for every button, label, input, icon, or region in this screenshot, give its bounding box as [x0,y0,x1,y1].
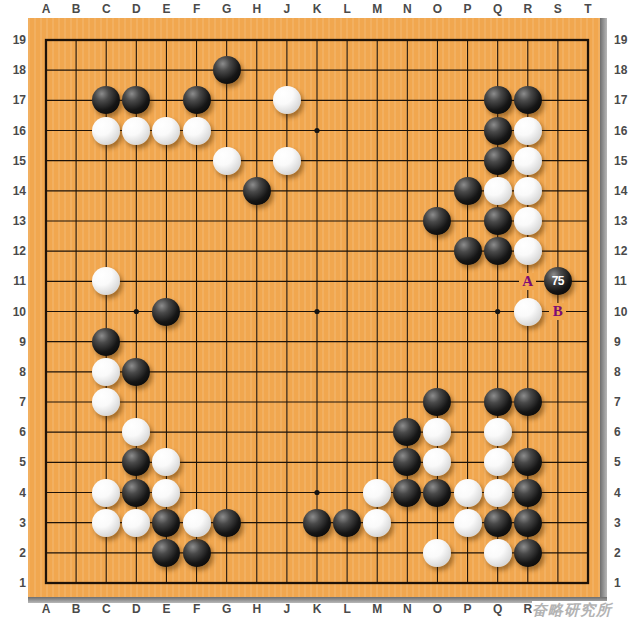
column-label-top-P: P [457,1,479,17]
white-stone-F3[interactable] [183,509,211,537]
star-point-K16 [314,128,319,133]
column-label-bottom-F: F [186,601,208,617]
row-label-right-2: 2 [614,545,640,561]
column-label-bottom-J: J [276,601,298,617]
row-label-left-9: 9 [0,334,26,350]
column-label-bottom-G: G [216,601,238,617]
row-label-right-7: 7 [614,394,640,410]
column-label-top-M: M [366,1,388,17]
column-label-bottom-Q: Q [487,601,509,617]
row-label-right-4: 4 [614,485,640,501]
white-stone-P4[interactable] [454,479,482,507]
column-label-bottom-N: N [396,601,418,617]
column-label-top-N: N [396,1,418,17]
row-label-right-17: 17 [614,92,640,108]
white-stone-D3[interactable] [122,509,150,537]
row-label-right-8: 8 [614,364,640,380]
row-label-right-5: 5 [614,454,640,470]
white-stone-Q4[interactable] [484,479,512,507]
black-stone-F17[interactable] [183,86,211,114]
column-label-bottom-E: E [155,601,177,617]
black-stone-R7[interactable] [514,388,542,416]
black-stone-N4[interactable] [393,479,421,507]
star-point-D10 [134,309,139,314]
row-label-right-15: 15 [614,153,640,169]
black-stone-H14[interactable] [243,177,271,205]
black-stone-Q15[interactable] [484,147,512,175]
column-label-top-Q: Q [487,1,509,17]
row-label-right-3: 3 [614,515,640,531]
black-stone-P12[interactable] [454,237,482,265]
row-label-right-6: 6 [614,424,640,440]
row-label-left-5: 5 [0,454,26,470]
column-label-top-E: E [155,1,177,17]
column-label-bottom-D: D [125,601,147,617]
column-label-bottom-L: L [336,601,358,617]
point-label-A-R11[interactable]: A [519,273,536,290]
black-stone-R4[interactable] [514,479,542,507]
black-stone-Q16[interactable] [484,117,512,145]
row-label-left-10: 10 [0,304,26,320]
black-stone-Q7[interactable] [484,388,512,416]
row-label-left-14: 14 [0,183,26,199]
row-label-right-14: 14 [614,183,640,199]
black-stone-L3[interactable] [333,509,361,537]
white-stone-J15[interactable] [273,147,301,175]
black-stone-C9[interactable] [92,328,120,356]
watermark: 奋略研究所 [532,601,640,619]
column-label-bottom-B: B [65,601,87,617]
row-label-left-18: 18 [0,62,26,78]
column-label-top-D: D [125,1,147,17]
row-label-left-15: 15 [0,153,26,169]
column-label-bottom-A: A [35,601,57,617]
row-label-left-7: 7 [0,394,26,410]
row-label-left-13: 13 [0,213,26,229]
row-label-right-12: 12 [614,243,640,259]
white-stone-D16[interactable] [122,117,150,145]
black-stone-P14[interactable] [454,177,482,205]
white-stone-Q5[interactable] [484,448,512,476]
black-stone-E10[interactable] [152,298,180,326]
white-stone-E16[interactable] [152,117,180,145]
white-stone-E4[interactable] [152,479,180,507]
move-number: 75 [552,274,564,288]
black-stone-R3[interactable] [514,509,542,537]
white-stone-R13[interactable] [514,207,542,235]
column-label-top-L: L [336,1,358,17]
row-label-left-11: 11 [0,273,26,289]
go-diagram: ABCDEFGHJKLMNOPQRST ABCDEFGHJKLMNOPQRST … [0,0,640,619]
column-label-top-B: B [65,1,87,17]
white-stone-C4[interactable] [92,479,120,507]
row-label-left-16: 16 [0,123,26,139]
row-label-left-6: 6 [0,424,26,440]
white-stone-R16[interactable] [514,117,542,145]
black-stone-Q12[interactable] [484,237,512,265]
white-stone-M4[interactable] [363,479,391,507]
column-label-top-S: S [547,1,569,17]
column-label-bottom-H: H [246,601,268,617]
white-stone-F16[interactable] [183,117,211,145]
row-label-left-17: 17 [0,92,26,108]
star-point-K4 [314,490,319,495]
white-stone-R14[interactable] [514,177,542,205]
row-label-left-3: 3 [0,515,26,531]
row-label-left-1: 1 [0,575,26,591]
black-stone-Q17[interactable] [484,86,512,114]
row-label-right-1: 1 [614,575,640,591]
black-stone-G3[interactable] [213,509,241,537]
row-label-right-16: 16 [614,123,640,139]
column-label-top-T: T [577,1,599,17]
column-label-top-J: J [276,1,298,17]
black-stone-Q3[interactable] [484,509,512,537]
row-label-left-19: 19 [0,32,26,48]
black-stone-R17[interactable] [514,86,542,114]
column-label-bottom-C: C [95,601,117,617]
white-stone-C16[interactable] [92,117,120,145]
column-label-top-C: C [95,1,117,17]
column-label-top-F: F [186,1,208,17]
white-stone-C3[interactable] [92,509,120,537]
black-stone-G18[interactable] [213,56,241,84]
white-stone-Q6[interactable] [484,418,512,446]
black-stone-F2[interactable] [183,539,211,567]
column-label-top-O: O [426,1,448,17]
black-stone-K3[interactable] [303,509,331,537]
white-stone-C8[interactable] [92,358,120,386]
column-label-top-H: H [246,1,268,17]
black-stone-O4[interactable] [423,479,451,507]
column-label-top-K: K [306,1,328,17]
row-label-right-18: 18 [614,62,640,78]
row-label-left-12: 12 [0,243,26,259]
column-label-top-G: G [216,1,238,17]
row-label-right-19: 19 [614,32,640,48]
row-label-left-8: 8 [0,364,26,380]
black-stone-R5[interactable] [514,448,542,476]
row-label-right-13: 13 [614,213,640,229]
column-label-top-A: A [35,1,57,17]
star-point-K10 [314,309,319,314]
white-stone-Q2[interactable] [484,539,512,567]
black-stone-R2[interactable] [514,539,542,567]
row-label-right-9: 9 [614,334,640,350]
black-stone-Q13[interactable] [484,207,512,235]
column-label-bottom-P: P [457,601,479,617]
column-label-bottom-O: O [426,601,448,617]
white-stone-R10[interactable] [514,298,542,326]
row-label-right-11: 11 [614,273,640,289]
white-stone-R15[interactable] [514,147,542,175]
column-label-bottom-K: K [306,601,328,617]
row-label-left-2: 2 [0,545,26,561]
black-stone-D8[interactable] [122,358,150,386]
row-label-left-4: 4 [0,485,26,501]
star-point-Q10 [495,309,500,314]
column-label-bottom-M: M [366,601,388,617]
white-stone-M3[interactable] [363,509,391,537]
row-label-right-10: 10 [614,304,640,320]
white-stone-G15[interactable] [213,147,241,175]
white-stone-Q14[interactable] [484,177,512,205]
white-stone-R12[interactable] [514,237,542,265]
column-label-top-R: R [517,1,539,17]
point-label-B-S10[interactable]: B [549,303,566,320]
black-stone-D4[interactable] [122,479,150,507]
white-stone-P3[interactable] [454,509,482,537]
black-stone-E3[interactable] [152,509,180,537]
